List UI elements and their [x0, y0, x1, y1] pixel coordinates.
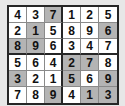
sudoku-cell-r5c4[interactable]: 5: [63, 71, 81, 87]
sudoku-cell-r2c2[interactable]: 1: [27, 23, 45, 39]
sudoku-cell-r4c2[interactable]: 6: [27, 55, 45, 71]
sudoku-cell-r4c5[interactable]: 7: [81, 55, 99, 71]
sudoku-cell-r3c6[interactable]: 7: [99, 39, 117, 55]
sudoku-cell-r1c3[interactable]: 7: [45, 7, 63, 23]
sudoku-cell-r1c2[interactable]: 3: [27, 7, 45, 23]
sudoku-cell-r5c6[interactable]: 9: [99, 71, 117, 87]
sudoku-cell-r2c1[interactable]: 2: [9, 23, 27, 39]
sudoku-cell-r6c6[interactable]: 3: [99, 87, 117, 103]
sudoku-cell-r6c3[interactable]: 9: [45, 87, 63, 103]
sudoku-cell-r4c6[interactable]: 8: [99, 55, 117, 71]
sudoku-cell-r1c6[interactable]: 5: [99, 7, 117, 23]
sudoku-cell-r4c3[interactable]: 4: [45, 55, 63, 71]
sudoku-cell-r3c2[interactable]: 9: [27, 39, 45, 55]
sudoku-cell-r6c1[interactable]: 7: [9, 87, 27, 103]
sudoku-cell-r5c5[interactable]: 6: [81, 71, 99, 87]
sudoku-cell-r3c5[interactable]: 4: [81, 39, 99, 55]
sudoku-cell-r3c1[interactable]: 8: [9, 39, 27, 55]
sudoku-cell-r6c2[interactable]: 8: [27, 87, 45, 103]
sudoku-cell-r2c5[interactable]: 9: [81, 23, 99, 39]
sudoku-cell-r2c4[interactable]: 8: [63, 23, 81, 39]
sudoku-cell-r4c4[interactable]: 2: [63, 55, 81, 71]
sudoku-cell-r5c2[interactable]: 2: [27, 71, 45, 87]
sudoku-cell-r4c1[interactable]: 5: [9, 55, 27, 71]
sudoku-cell-r6c5[interactable]: 1: [81, 87, 99, 103]
sudoku-cell-r6c4[interactable]: 4: [63, 87, 81, 103]
sudoku-cell-r3c4[interactable]: 3: [63, 39, 81, 55]
sudoku-cell-r5c3[interactable]: 1: [45, 71, 63, 87]
sudoku-cell-r1c1[interactable]: 4: [9, 7, 27, 23]
sudoku-cell-r2c3[interactable]: 5: [45, 23, 63, 39]
sudoku-cell-r2c6[interactable]: 6: [99, 23, 117, 39]
sudoku-board: 437125215896896347564278321569789413: [7, 5, 119, 105]
sudoku-cell-r5c1[interactable]: 3: [9, 71, 27, 87]
sudoku-cell-r1c5[interactable]: 2: [81, 7, 99, 23]
sudoku-cell-r3c3[interactable]: 6: [45, 39, 63, 55]
sudoku-cell-r1c4[interactable]: 1: [63, 7, 81, 23]
